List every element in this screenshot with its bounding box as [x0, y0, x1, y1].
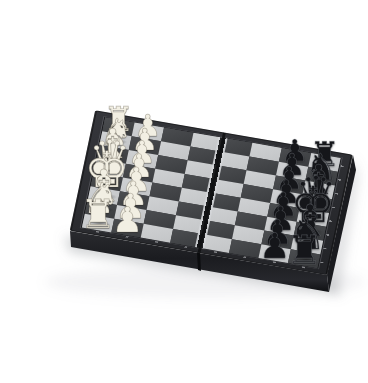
- white-rook-h1[interactable]: ♜: [80, 194, 116, 234]
- white-pawn-h2[interactable]: ♟: [112, 203, 143, 238]
- black-pawn-h7[interactable]: ♟: [259, 228, 290, 263]
- black-rook-h8[interactable]: ♜: [286, 230, 322, 270]
- chess-set-photo-scene: ♜♞♝♛♚♝♞♜♟♟♟♟♟♟♟♟♟♟♟♟♟♟♟♟♜♞♝♛♚♝♞♜: [0, 0, 368, 383]
